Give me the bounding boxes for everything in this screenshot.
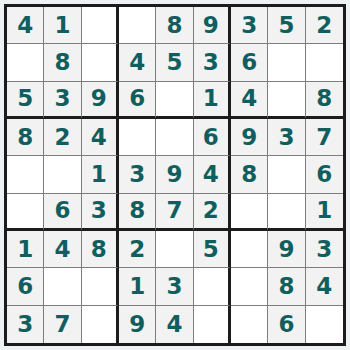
cell-r1c7[interactable]: 3 [231, 7, 268, 44]
cell-r4c3[interactable]: 4 [82, 119, 119, 156]
cell-r9c3[interactable] [82, 306, 119, 343]
cell-r4c4[interactable] [119, 119, 156, 156]
cell-r8c7[interactable] [231, 268, 268, 305]
cell-r4c2[interactable]: 2 [44, 119, 81, 156]
cell-r7c1[interactable]: 1 [7, 231, 44, 268]
cell-r9c1[interactable]: 3 [7, 306, 44, 343]
cell-r3c1[interactable]: 5 [7, 82, 44, 119]
cell-r2c9[interactable] [306, 44, 343, 81]
cell-r3c8[interactable] [268, 82, 305, 119]
cell-r5c3[interactable]: 1 [82, 156, 119, 193]
cell-r2c1[interactable] [7, 44, 44, 81]
cell-r2c8[interactable] [268, 44, 305, 81]
cell-r5c4[interactable]: 3 [119, 156, 156, 193]
cell-r2c3[interactable] [82, 44, 119, 81]
cell-r7c7[interactable] [231, 231, 268, 268]
cell-r3c2[interactable]: 3 [44, 82, 81, 119]
cell-r6c9[interactable]: 1 [306, 194, 343, 231]
cell-r8c8[interactable]: 8 [268, 268, 305, 305]
cell-r3c4[interactable]: 6 [119, 82, 156, 119]
cell-r8c6[interactable] [194, 268, 231, 305]
cell-r1c8[interactable]: 5 [268, 7, 305, 44]
cell-r9c6[interactable] [194, 306, 231, 343]
cell-r3c3[interactable]: 9 [82, 82, 119, 119]
page: 4189352845365396148824693713948663872114… [0, 0, 350, 350]
cell-r6c8[interactable] [268, 194, 305, 231]
cell-r9c5[interactable]: 4 [156, 306, 193, 343]
cell-r8c5[interactable]: 3 [156, 268, 193, 305]
cell-r4c9[interactable]: 7 [306, 119, 343, 156]
cell-r5c8[interactable] [268, 156, 305, 193]
cell-r5c7[interactable]: 8 [231, 156, 268, 193]
cell-r4c5[interactable] [156, 119, 193, 156]
cell-r9c9[interactable] [306, 306, 343, 343]
cell-r1c5[interactable]: 8 [156, 7, 193, 44]
cell-r3c9[interactable]: 8 [306, 82, 343, 119]
cell-r4c8[interactable]: 3 [268, 119, 305, 156]
cell-r6c1[interactable] [7, 194, 44, 231]
cell-r9c7[interactable] [231, 306, 268, 343]
cell-r6c2[interactable]: 6 [44, 194, 81, 231]
sudoku-board: 4189352845365396148824693713948663872114… [4, 4, 346, 346]
cell-r8c2[interactable] [44, 268, 81, 305]
cell-r2c6[interactable]: 3 [194, 44, 231, 81]
cell-r3c6[interactable]: 1 [194, 82, 231, 119]
cell-r4c6[interactable]: 6 [194, 119, 231, 156]
cell-r7c8[interactable]: 9 [268, 231, 305, 268]
cell-r8c1[interactable]: 6 [7, 268, 44, 305]
cell-r1c4[interactable] [119, 7, 156, 44]
cell-r6c6[interactable]: 2 [194, 194, 231, 231]
cell-r7c6[interactable]: 5 [194, 231, 231, 268]
cell-r1c2[interactable]: 1 [44, 7, 81, 44]
cell-r4c7[interactable]: 9 [231, 119, 268, 156]
cell-r2c5[interactable]: 5 [156, 44, 193, 81]
cell-r7c2[interactable]: 4 [44, 231, 81, 268]
cell-r2c2[interactable]: 8 [44, 44, 81, 81]
cell-r5c1[interactable] [7, 156, 44, 193]
cell-r6c4[interactable]: 8 [119, 194, 156, 231]
cell-r1c9[interactable]: 2 [306, 7, 343, 44]
cell-r7c4[interactable]: 2 [119, 231, 156, 268]
cell-r7c5[interactable] [156, 231, 193, 268]
cell-r6c5[interactable]: 7 [156, 194, 193, 231]
cell-r3c7[interactable]: 4 [231, 82, 268, 119]
cell-r6c7[interactable] [231, 194, 268, 231]
cell-r9c4[interactable]: 9 [119, 306, 156, 343]
cell-r9c2[interactable]: 7 [44, 306, 81, 343]
cell-r8c9[interactable]: 4 [306, 268, 343, 305]
cell-r5c9[interactable]: 6 [306, 156, 343, 193]
cell-r1c1[interactable]: 4 [7, 7, 44, 44]
cell-r1c6[interactable]: 9 [194, 7, 231, 44]
cell-r5c2[interactable] [44, 156, 81, 193]
cell-r6c3[interactable]: 3 [82, 194, 119, 231]
cell-r3c5[interactable] [156, 82, 193, 119]
cell-r2c4[interactable]: 4 [119, 44, 156, 81]
cell-r8c3[interactable] [82, 268, 119, 305]
cell-r8c4[interactable]: 1 [119, 268, 156, 305]
cell-r5c5[interactable]: 9 [156, 156, 193, 193]
cell-r7c3[interactable]: 8 [82, 231, 119, 268]
cell-r2c7[interactable]: 6 [231, 44, 268, 81]
cell-r5c6[interactable]: 4 [194, 156, 231, 193]
cell-r4c1[interactable]: 8 [7, 119, 44, 156]
cell-r7c9[interactable]: 3 [306, 231, 343, 268]
cell-r9c8[interactable]: 6 [268, 306, 305, 343]
cell-r1c3[interactable] [82, 7, 119, 44]
